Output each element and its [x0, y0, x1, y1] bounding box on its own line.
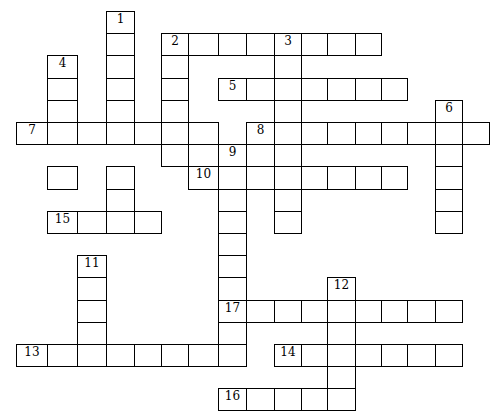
grid-cell-r7c12[interactable]: [355, 166, 382, 190]
grid-cell-r8c15[interactable]: [435, 189, 463, 212]
grid-cell-r16c11[interactable]: [327, 366, 356, 389]
grid-cell-r7c7[interactable]: [218, 166, 247, 190]
grid-cell-r15c14[interactable]: [407, 344, 436, 367]
clue-number-10: 10: [189, 167, 218, 181]
grid-cell-r3c1[interactable]: [47, 78, 78, 101]
grid-cell-r12c7[interactable]: [218, 277, 247, 301]
grid-cell-r8c7[interactable]: [218, 189, 247, 212]
grid-cell-r15c4[interactable]: [134, 344, 162, 367]
grid-cell-r15c10[interactable]: [301, 344, 328, 367]
grid-cell-r5c11[interactable]: [327, 122, 356, 145]
grid-cell-r13c10[interactable]: [301, 300, 328, 323]
crossword-grid: 1234567891015111217131416: [0, 0, 500, 420]
grid-cell-r11c7[interactable]: [218, 255, 247, 278]
grid-cell-r17c7[interactable]: 16: [218, 388, 247, 411]
grid-cell-r14c7[interactable]: [218, 322, 247, 345]
grid-cell-r8c9[interactable]: [274, 189, 302, 212]
grid-cell-r13c13[interactable]: [381, 300, 408, 323]
grid-cell-r5c1[interactable]: [47, 122, 78, 145]
grid-cell-r13c14[interactable]: [407, 300, 436, 323]
grid-cell-r1c10[interactable]: [301, 33, 328, 56]
grid-cell-r9c2[interactable]: [77, 211, 107, 234]
grid-cell-r5c3[interactable]: [106, 122, 135, 145]
grid-cell-r13c15[interactable]: [435, 300, 463, 323]
grid-cell-r15c13[interactable]: [381, 344, 408, 367]
grid-cell-r6c7[interactable]: 9: [218, 144, 247, 167]
grid-cell-r1c7[interactable]: [218, 33, 247, 56]
grid-cell-r15c7[interactable]: [218, 344, 247, 367]
clue-number-13: 13: [17, 345, 47, 359]
grid-cell-r7c6[interactable]: 10: [188, 166, 219, 190]
grid-cell-r9c9[interactable]: [274, 211, 302, 234]
grid-cell-r7c1[interactable]: [47, 166, 78, 190]
grid-cell-r3c5[interactable]: [161, 78, 189, 101]
grid-cell-r13c11[interactable]: [327, 300, 356, 323]
clue-number-4: 4: [48, 56, 77, 70]
grid-cell-r5c2[interactable]: [77, 122, 107, 145]
grid-cell-r15c9[interactable]: 14: [274, 344, 302, 367]
grid-cell-r5c4[interactable]: [134, 122, 162, 145]
clue-number-15: 15: [48, 212, 77, 226]
grid-cell-r15c3[interactable]: [106, 344, 135, 367]
clue-number-8: 8: [247, 123, 274, 137]
grid-cell-r7c10[interactable]: [301, 166, 328, 190]
grid-cell-r15c11[interactable]: [327, 344, 356, 367]
grid-cell-r14c2[interactable]: [77, 322, 107, 345]
grid-cell-r5c13[interactable]: [381, 122, 408, 145]
grid-cell-r7c15[interactable]: [435, 166, 463, 190]
grid-cell-r1c5[interactable]: 2: [161, 33, 189, 56]
grid-cell-r14c11[interactable]: [327, 322, 356, 345]
grid-cell-r9c3[interactable]: [106, 211, 135, 234]
grid-cell-r4c5[interactable]: [161, 100, 189, 123]
grid-cell-r2c1[interactable]: 4: [47, 55, 78, 79]
grid-cell-r7c8[interactable]: [246, 166, 275, 190]
grid-cell-r13c8[interactable]: [246, 300, 275, 323]
grid-cell-r3c12[interactable]: [355, 78, 382, 101]
grid-cell-r11c2[interactable]: 11: [77, 255, 107, 278]
clue-number-7: 7: [17, 123, 47, 137]
grid-cell-r9c15[interactable]: [435, 211, 463, 234]
grid-cell-r15c0[interactable]: 13: [16, 344, 48, 367]
clue-number-12: 12: [328, 278, 355, 292]
clue-number-2: 2: [162, 34, 188, 48]
clue-number-11: 11: [78, 256, 106, 270]
grid-cell-r7c9[interactable]: [274, 166, 302, 190]
grid-cell-r5c16[interactable]: [462, 122, 490, 145]
grid-cell-r5c9[interactable]: [274, 122, 302, 145]
grid-cell-r1c8[interactable]: [246, 33, 275, 56]
grid-cell-r7c11[interactable]: [327, 166, 356, 190]
grid-cell-r5c5[interactable]: [161, 122, 189, 145]
clue-number-16: 16: [219, 389, 246, 403]
grid-cell-r3c10[interactable]: [301, 78, 328, 101]
grid-cell-r4c1[interactable]: [47, 100, 78, 123]
grid-cell-r9c4[interactable]: [134, 211, 162, 234]
grid-cell-r1c3[interactable]: [106, 33, 135, 56]
grid-cell-r3c8[interactable]: [246, 78, 275, 101]
grid-cell-r13c12[interactable]: [355, 300, 382, 323]
grid-cell-r10c7[interactable]: [218, 233, 247, 256]
grid-cell-r6c8[interactable]: [246, 144, 275, 167]
grid-cell-r1c6[interactable]: [188, 33, 219, 56]
grid-cell-r15c5[interactable]: [161, 344, 189, 367]
grid-cell-r8c3[interactable]: [106, 189, 135, 212]
grid-cell-r15c1[interactable]: [47, 344, 78, 367]
grid-cell-r3c7[interactable]: 5: [218, 78, 247, 101]
grid-cell-r4c3[interactable]: [106, 100, 135, 123]
clue-number-3: 3: [275, 34, 301, 48]
grid-cell-r9c1[interactable]: 15: [47, 211, 78, 234]
grid-cell-r5c14[interactable]: [407, 122, 436, 145]
grid-cell-r1c9[interactable]: 3: [274, 33, 302, 56]
grid-cell-r12c11[interactable]: 12: [327, 277, 356, 301]
grid-cell-r1c12[interactable]: [355, 33, 382, 56]
grid-cell-r3c9[interactable]: [274, 78, 302, 101]
grid-cell-r5c10[interactable]: [301, 122, 328, 145]
grid-cell-r17c9[interactable]: [274, 388, 302, 411]
grid-cell-r7c13[interactable]: [381, 166, 408, 190]
clue-number-14: 14: [275, 345, 301, 359]
grid-cell-r5c12[interactable]: [355, 122, 382, 145]
grid-cell-r6c15[interactable]: [435, 144, 463, 167]
grid-cell-r17c8[interactable]: [246, 388, 275, 411]
grid-cell-r5c8[interactable]: 8: [246, 122, 275, 145]
clue-number-6: 6: [436, 101, 462, 115]
grid-cell-r0c3[interactable]: 1: [106, 11, 135, 34]
grid-cell-r12c2[interactable]: [77, 277, 107, 301]
grid-cell-r15c15[interactable]: [435, 344, 463, 367]
grid-cell-r6c9[interactable]: [274, 144, 302, 167]
grid-cell-r2c3[interactable]: [106, 55, 135, 79]
grid-cell-r5c6[interactable]: [188, 122, 219, 145]
grid-cell-r5c15[interactable]: [435, 122, 463, 145]
grid-cell-r5c0[interactable]: 7: [16, 122, 48, 145]
grid-cell-r3c3[interactable]: [106, 78, 135, 101]
grid-cell-r17c10[interactable]: [301, 388, 328, 411]
grid-cell-r4c9[interactable]: [274, 100, 302, 123]
clue-number-9: 9: [219, 145, 246, 159]
grid-cell-r2c9[interactable]: [274, 55, 302, 79]
grid-cell-r7c3[interactable]: [106, 166, 135, 190]
grid-cell-r15c6[interactable]: [188, 344, 219, 367]
grid-cell-r15c12[interactable]: [355, 344, 382, 367]
grid-cell-r6c5[interactable]: [161, 144, 189, 167]
grid-cell-r13c7[interactable]: 17: [218, 300, 247, 323]
grid-cell-r1c11[interactable]: [327, 33, 356, 56]
clue-number-5: 5: [219, 79, 246, 93]
clue-number-17: 17: [219, 301, 246, 315]
grid-cell-r3c13[interactable]: [381, 78, 408, 101]
clue-number-1: 1: [107, 12, 134, 26]
grid-cell-r9c7[interactable]: [218, 211, 247, 234]
grid-cell-r2c5[interactable]: [161, 55, 189, 79]
grid-cell-r15c2[interactable]: [77, 344, 107, 367]
grid-cell-r13c9[interactable]: [274, 300, 302, 323]
grid-cell-r13c2[interactable]: [77, 300, 107, 323]
grid-cell-r17c11[interactable]: [327, 388, 356, 411]
grid-cell-r3c11[interactable]: [327, 78, 356, 101]
grid-cell-r4c15[interactable]: 6: [435, 100, 463, 123]
